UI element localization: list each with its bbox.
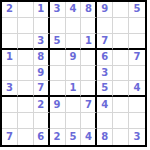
cell-r9c8[interactable] [113,129,129,145]
cell-r2c9[interactable] [129,18,145,34]
cell-r8c5[interactable] [66,113,82,129]
cell-r9c4[interactable]: 2 [50,129,66,145]
cell-r2c8[interactable] [113,18,129,34]
cell-r1c5[interactable]: 4 [66,2,82,18]
cell-r8c8[interactable] [113,113,129,129]
cell-r4c6[interactable] [81,50,97,66]
cell-r5c5[interactable] [66,66,82,82]
cell-r3c9[interactable] [129,34,145,50]
cell-r7c8[interactable] [113,97,129,113]
cell-r5c3[interactable]: 9 [34,66,50,82]
cell-r4c7[interactable]: 6 [97,50,113,66]
cell-r7c6[interactable]: 7 [81,97,97,113]
cell-r8c9[interactable] [129,113,145,129]
cell-r1c3[interactable]: 1 [34,2,50,18]
cell-r3c3[interactable]: 3 [34,34,50,50]
cell-r9c9[interactable]: 3 [129,129,145,145]
cell-r5c6[interactable] [81,66,97,82]
cell-r3c4[interactable]: 5 [50,34,66,50]
cell-r6c6[interactable] [81,81,97,97]
sudoku-board: 2134895351718967933715429747625483 [0,0,147,147]
cell-r7c5[interactable] [66,97,82,113]
cell-r2c4[interactable] [50,18,66,34]
cell-r6c8[interactable] [113,81,129,97]
cell-r7c1[interactable] [2,97,18,113]
cell-r9c3[interactable]: 6 [34,129,50,145]
cell-r5c1[interactable] [2,66,18,82]
cell-r8c6[interactable] [81,113,97,129]
cell-r6c3[interactable]: 7 [34,81,50,97]
cell-r8c1[interactable] [2,113,18,129]
cell-r2c5[interactable] [66,18,82,34]
cell-r8c7[interactable] [97,113,113,129]
cell-r6c4[interactable] [50,81,66,97]
cell-r7c4[interactable]: 9 [50,97,66,113]
cell-r4c1[interactable]: 1 [2,50,18,66]
cell-r4c4[interactable] [50,50,66,66]
cell-r8c2[interactable] [18,113,34,129]
cell-r2c6[interactable] [81,18,97,34]
cell-r3c2[interactable] [18,34,34,50]
cell-r6c9[interactable]: 4 [129,81,145,97]
cell-r1c4[interactable]: 3 [50,2,66,18]
cell-r4c5[interactable]: 9 [66,50,82,66]
cell-r8c4[interactable] [50,113,66,129]
cell-r6c2[interactable] [18,81,34,97]
cell-r3c7[interactable]: 7 [97,34,113,50]
cell-r1c2[interactable] [18,2,34,18]
cell-r1c8[interactable] [113,2,129,18]
cell-r4c3[interactable]: 8 [34,50,50,66]
cell-r4c8[interactable] [113,50,129,66]
cell-r2c1[interactable] [2,18,18,34]
cell-r5c7[interactable]: 3 [97,66,113,82]
cell-r2c7[interactable] [97,18,113,34]
cell-r4c2[interactable] [18,50,34,66]
cell-r9c2[interactable] [18,129,34,145]
cell-r5c4[interactable] [50,66,66,82]
cell-r7c7[interactable]: 4 [97,97,113,113]
cell-r1c1[interactable]: 2 [2,2,18,18]
cell-r1c9[interactable]: 5 [129,2,145,18]
cell-r3c6[interactable]: 1 [81,34,97,50]
cell-r7c2[interactable] [18,97,34,113]
cell-r7c3[interactable]: 2 [34,97,50,113]
sudoku-page: 2134895351718967933715429747625483 [0,0,150,150]
cell-r7c9[interactable] [129,97,145,113]
cell-r9c7[interactable]: 8 [97,129,113,145]
cell-r4c9[interactable]: 7 [129,50,145,66]
cell-r2c2[interactable] [18,18,34,34]
cell-r5c9[interactable] [129,66,145,82]
cell-r3c8[interactable] [113,34,129,50]
cell-r2c3[interactable] [34,18,50,34]
cell-r9c1[interactable]: 7 [2,129,18,145]
cell-r5c8[interactable] [113,66,129,82]
cell-r1c7[interactable]: 9 [97,2,113,18]
cell-r8c3[interactable] [34,113,50,129]
cell-r6c7[interactable]: 5 [97,81,113,97]
cell-r5c2[interactable] [18,66,34,82]
cell-r3c1[interactable] [2,34,18,50]
cell-r6c5[interactable]: 1 [66,81,82,97]
cell-r3c5[interactable] [66,34,82,50]
cell-r9c5[interactable]: 5 [66,129,82,145]
cell-r9c6[interactable]: 4 [81,129,97,145]
cell-r1c6[interactable]: 8 [81,2,97,18]
cell-r6c1[interactable]: 3 [2,81,18,97]
